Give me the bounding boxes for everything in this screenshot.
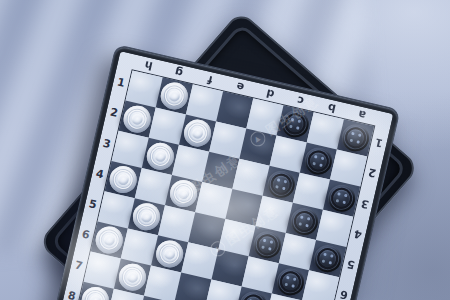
white-checker-piece[interactable] xyxy=(116,261,148,293)
white-checker-piece[interactable] xyxy=(130,201,162,233)
button-holes xyxy=(265,243,269,247)
black-checker-piece[interactable] xyxy=(311,242,343,274)
photo-stage: hgfedcba 12345678 12345678 hgfedcba ▲ 图虫… xyxy=(0,0,450,300)
black-checker-piece[interactable] xyxy=(288,205,320,237)
black-checker-piece[interactable] xyxy=(265,168,297,200)
white-checker-piece[interactable] xyxy=(107,163,139,195)
button-holes xyxy=(354,136,358,140)
white-checker-piece[interactable] xyxy=(158,80,190,112)
board-rim: hgfedcba 12345678 12345678 hgfedcba xyxy=(50,44,400,300)
black-checker-piece[interactable] xyxy=(251,228,283,260)
white-checker-piece[interactable] xyxy=(79,284,111,300)
white-checker-piece[interactable] xyxy=(121,103,153,135)
button-holes xyxy=(289,280,293,284)
white-checker-piece[interactable] xyxy=(181,117,213,149)
white-checker-piece[interactable] xyxy=(144,140,176,172)
board-frame: hgfedcba 12345678 12345678 hgfedcba xyxy=(58,51,394,300)
black-checker-piece[interactable] xyxy=(279,108,311,140)
checkers-board: hgfedcba 12345678 12345678 hgfedcba xyxy=(50,44,400,300)
button-holes xyxy=(303,220,307,224)
black-checker-piece[interactable] xyxy=(325,182,357,214)
button-holes xyxy=(293,122,297,126)
black-checker-piece[interactable] xyxy=(274,266,306,298)
white-checker-piece[interactable] xyxy=(93,224,125,256)
button-holes xyxy=(317,159,321,163)
white-checker-piece[interactable] xyxy=(167,177,199,209)
button-holes xyxy=(279,182,283,186)
black-checker-piece[interactable] xyxy=(302,145,334,177)
button-holes xyxy=(340,196,344,200)
black-checker-piece[interactable] xyxy=(339,122,371,154)
button-holes xyxy=(326,257,330,261)
white-checker-piece[interactable] xyxy=(153,238,185,270)
